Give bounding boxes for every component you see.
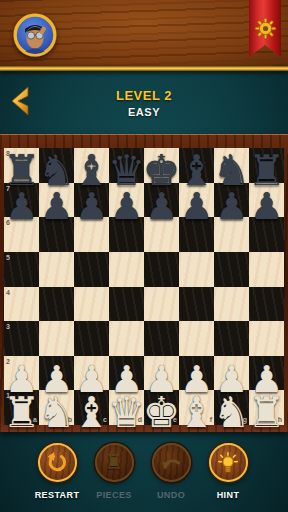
square-e1[interactable]: e♚ xyxy=(144,390,179,425)
square-a5[interactable]: 5 xyxy=(4,252,39,287)
square-h1[interactable]: h♜ xyxy=(249,390,284,425)
piece-black-pawn-d7[interactable]: ♟ xyxy=(110,188,143,225)
file-label-f: f xyxy=(210,416,212,423)
square-h7[interactable]: ♟ xyxy=(249,183,284,218)
square-d2[interactable]: ♟ xyxy=(109,356,144,391)
square-f1[interactable]: f♝ xyxy=(179,390,214,425)
square-e5[interactable] xyxy=(144,252,179,287)
piece-white-king-e1[interactable]: ♚ xyxy=(143,392,181,434)
square-b4[interactable] xyxy=(39,287,74,322)
square-a3[interactable]: 3 xyxy=(4,321,39,356)
square-e3[interactable] xyxy=(144,321,179,356)
square-d1[interactable]: d♛ xyxy=(109,390,144,425)
level-label: LEVEL 2 xyxy=(0,88,288,103)
square-d3[interactable] xyxy=(109,321,144,356)
square-g1[interactable]: g♞ xyxy=(214,390,249,425)
square-f4[interactable] xyxy=(179,287,214,322)
piece-black-pawn-c7[interactable]: ♟ xyxy=(75,188,108,225)
piece-black-pawn-b7[interactable]: ♟ xyxy=(40,188,73,225)
square-b8[interactable]: ♞ xyxy=(39,148,74,183)
avatar-icon xyxy=(13,13,57,57)
pieces-button-circle[interactable]: ♜ xyxy=(95,443,134,482)
square-g2[interactable]: ♟ xyxy=(214,356,249,391)
rook-icon: ♜ xyxy=(105,452,124,473)
rank-label-2: 2 xyxy=(6,358,10,365)
piece-black-pawn-f7[interactable]: ♟ xyxy=(180,188,213,225)
undo-arrow-icon xyxy=(160,452,182,474)
square-b3[interactable] xyxy=(39,321,74,356)
square-a2[interactable]: 2♟ xyxy=(4,356,39,391)
file-label-h: h xyxy=(278,416,282,423)
square-h8[interactable]: ♜ xyxy=(249,148,284,183)
file-label-d: d xyxy=(138,416,142,423)
square-d8[interactable]: ♛ xyxy=(109,148,144,183)
square-g5[interactable] xyxy=(214,252,249,287)
file-label-e: e xyxy=(173,416,177,423)
square-h3[interactable] xyxy=(249,321,284,356)
difficulty-label: EASY xyxy=(0,106,288,118)
level-header: LEVEL 2 EASY xyxy=(0,88,288,118)
square-h4[interactable] xyxy=(249,287,284,322)
rank-label-7: 7 xyxy=(6,185,10,192)
square-d5[interactable] xyxy=(109,252,144,287)
gear-icon xyxy=(254,17,277,40)
rank-label-6: 6 xyxy=(6,219,10,226)
square-h5[interactable] xyxy=(249,252,284,287)
file-label-g: g xyxy=(243,416,247,423)
square-e7[interactable]: ♟ xyxy=(144,183,179,218)
piece-white-knight-g1[interactable]: ♞ xyxy=(213,392,251,434)
board-squares: 8♜♞♝♛♚♝♞♜7♟♟♟♟♟♟♟♟65432♟♟♟♟♟♟♟♟1a♜b♞c♝d♛… xyxy=(4,148,284,425)
undo-button-circle[interactable] xyxy=(152,443,191,482)
piece-white-knight-b1[interactable]: ♞ xyxy=(38,392,76,434)
square-f2[interactable]: ♟ xyxy=(179,356,214,391)
square-d4[interactable] xyxy=(109,287,144,322)
file-label-c: c xyxy=(103,416,107,423)
square-c8[interactable]: ♝ xyxy=(74,148,109,183)
square-g3[interactable] xyxy=(214,321,249,356)
square-c7[interactable]: ♟ xyxy=(74,183,109,218)
square-c3[interactable] xyxy=(74,321,109,356)
square-g4[interactable] xyxy=(214,287,249,322)
square-f8[interactable]: ♝ xyxy=(179,148,214,183)
square-g7[interactable]: ♟ xyxy=(214,183,249,218)
piece-white-rook-h1[interactable]: ♜ xyxy=(248,392,286,434)
square-c4[interactable] xyxy=(74,287,109,322)
restart-icon xyxy=(46,452,68,474)
lightbulb-icon xyxy=(217,452,239,474)
square-a8[interactable]: 8♜ xyxy=(4,148,39,183)
rank-label-4: 4 xyxy=(6,289,10,296)
piece-black-pawn-e7[interactable]: ♟ xyxy=(145,188,178,225)
square-a7[interactable]: 7♟ xyxy=(4,183,39,218)
square-a1[interactable]: 1a♜ xyxy=(4,390,39,425)
piece-white-bishop-c1[interactable]: ♝ xyxy=(73,392,111,434)
square-b5[interactable] xyxy=(39,252,74,287)
hint-button-circle[interactable] xyxy=(209,443,248,482)
square-f3[interactable] xyxy=(179,321,214,356)
square-c5[interactable] xyxy=(74,252,109,287)
app-screen: LEVEL 2 EASY 8♜♞♝♛♚♝♞♜7♟♟♟♟♟♟♟♟65432♟♟♟♟… xyxy=(0,0,288,512)
square-b1[interactable]: b♞ xyxy=(39,390,74,425)
square-e2[interactable]: ♟ xyxy=(144,356,179,391)
square-b7[interactable]: ♟ xyxy=(39,183,74,218)
square-f7[interactable]: ♟ xyxy=(179,183,214,218)
square-f5[interactable] xyxy=(179,252,214,287)
square-e4[interactable] xyxy=(144,287,179,322)
file-label-a: a xyxy=(33,416,37,423)
square-g8[interactable]: ♞ xyxy=(214,148,249,183)
piece-black-pawn-h7[interactable]: ♟ xyxy=(250,188,283,225)
square-a4[interactable]: 4 xyxy=(4,287,39,322)
chess-board-frame: 8♜♞♝♛♚♝♞♜7♟♟♟♟♟♟♟♟65432♟♟♟♟♟♟♟♟1a♜b♞c♝d♛… xyxy=(0,134,288,432)
rank-label-1: 1 xyxy=(6,392,10,399)
rank-label-3: 3 xyxy=(6,323,10,330)
piece-black-pawn-g7[interactable]: ♟ xyxy=(215,188,248,225)
piece-white-queen-d1[interactable]: ♛ xyxy=(108,392,146,434)
hint-label: HINT xyxy=(193,490,263,500)
file-label-b: b xyxy=(68,416,72,423)
hint-button[interactable]: HINT xyxy=(193,443,263,500)
square-h2[interactable]: ♟ xyxy=(249,356,284,391)
rank-label-8: 8 xyxy=(6,150,10,157)
rank-label-5: 5 xyxy=(6,254,10,261)
square-d7[interactable]: ♟ xyxy=(109,183,144,218)
gold-divider xyxy=(0,66,288,71)
piece-white-bishop-f1[interactable]: ♝ xyxy=(178,392,216,434)
square-e8[interactable]: ♚ xyxy=(144,148,179,183)
player-avatar[interactable] xyxy=(13,13,57,57)
restart-button-circle[interactable] xyxy=(38,443,77,482)
square-c2[interactable]: ♟ xyxy=(74,356,109,391)
square-c1[interactable]: c♝ xyxy=(74,390,109,425)
square-b2[interactable]: ♟ xyxy=(39,356,74,391)
